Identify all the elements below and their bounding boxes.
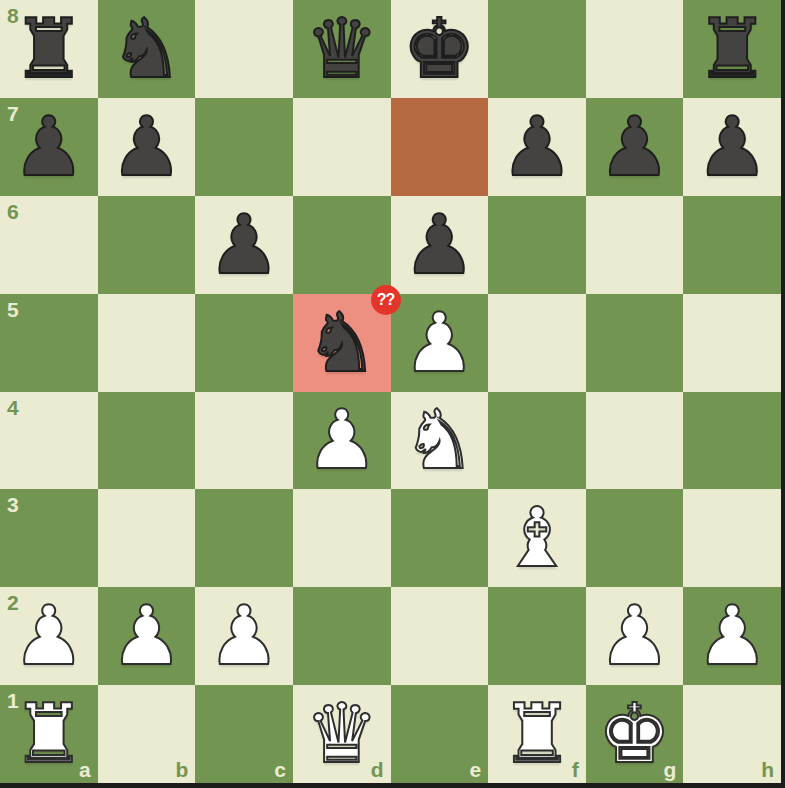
square-a5[interactable]: 5 [0, 294, 98, 392]
square-e5[interactable]: ♟ [391, 294, 489, 392]
square-a3[interactable]: 3 [0, 489, 98, 587]
black-pawn[interactable]: ♟ [586, 98, 684, 196]
square-c8[interactable] [195, 0, 293, 98]
square-e1[interactable]: e [391, 685, 489, 783]
black-pawn[interactable]: ♟ [195, 196, 293, 294]
black-queen[interactable]: ♛ [293, 0, 391, 98]
rank-label-6: 6 [7, 200, 19, 224]
black-pawn[interactable]: ♟ [391, 196, 489, 294]
file-label-f: f [572, 758, 579, 782]
square-b5[interactable] [98, 294, 196, 392]
square-a1[interactable]: 1a♜ [0, 685, 98, 783]
black-pawn[interactable]: ♟ [683, 98, 781, 196]
square-h3[interactable] [683, 489, 781, 587]
square-a2[interactable]: 2♟ [0, 587, 98, 685]
square-f4[interactable] [488, 392, 586, 490]
square-b4[interactable] [98, 392, 196, 490]
white-pawn[interactable]: ♟ [98, 587, 196, 685]
square-f6[interactable] [488, 196, 586, 294]
square-b6[interactable] [98, 196, 196, 294]
black-knight[interactable]: ♞ [98, 0, 196, 98]
square-c7[interactable] [195, 98, 293, 196]
black-rook[interactable]: ♜ [683, 0, 781, 98]
square-e2[interactable] [391, 587, 489, 685]
file-label-e: e [469, 758, 481, 782]
square-d3[interactable] [293, 489, 391, 587]
black-pawn[interactable]: ♟ [98, 98, 196, 196]
blunder-badge: ?? [371, 285, 401, 315]
square-f2[interactable] [488, 587, 586, 685]
square-g7[interactable]: ♟ [586, 98, 684, 196]
square-g2[interactable]: ♟ [586, 587, 684, 685]
square-d7[interactable] [293, 98, 391, 196]
square-h6[interactable] [683, 196, 781, 294]
square-c4[interactable] [195, 392, 293, 490]
rank-label-5: 5 [7, 298, 19, 322]
square-c3[interactable] [195, 489, 293, 587]
white-knight[interactable]: ♞ [391, 392, 489, 490]
square-g5[interactable] [586, 294, 684, 392]
black-king[interactable]: ♚ [391, 0, 489, 98]
file-label-h: h [761, 758, 774, 782]
square-g4[interactable] [586, 392, 684, 490]
square-b3[interactable] [98, 489, 196, 587]
square-d5[interactable]: ♞?? [293, 294, 391, 392]
square-f7[interactable]: ♟ [488, 98, 586, 196]
square-g8[interactable] [586, 0, 684, 98]
square-h1[interactable]: h [683, 685, 781, 783]
square-c2[interactable]: ♟ [195, 587, 293, 685]
square-h7[interactable]: ♟ [683, 98, 781, 196]
file-label-b: b [175, 758, 188, 782]
square-h5[interactable] [683, 294, 781, 392]
black-pawn[interactable]: ♟ [488, 98, 586, 196]
square-c1[interactable]: c [195, 685, 293, 783]
square-f3[interactable]: ♝ [488, 489, 586, 587]
square-d2[interactable] [293, 587, 391, 685]
square-h4[interactable] [683, 392, 781, 490]
rank-label-7: 7 [7, 102, 19, 126]
rank-label-1: 1 [7, 689, 19, 713]
square-e8[interactable]: ♚ [391, 0, 489, 98]
square-c5[interactable] [195, 294, 293, 392]
rank-label-2: 2 [7, 591, 19, 615]
square-f8[interactable] [488, 0, 586, 98]
square-e6[interactable]: ♟ [391, 196, 489, 294]
square-h2[interactable]: ♟ [683, 587, 781, 685]
square-g6[interactable] [586, 196, 684, 294]
white-pawn[interactable]: ♟ [293, 392, 391, 490]
chess-board: 8♜♞♛♚♜7♟♟♟♟♟6♟♟5♞??♟4♟♞3♝2♟♟♟♟♟1a♜bcd♛ef… [0, 0, 781, 783]
square-a7[interactable]: 7♟ [0, 98, 98, 196]
rank-label-8: 8 [7, 4, 19, 28]
white-pawn[interactable]: ♟ [586, 587, 684, 685]
square-f1[interactable]: f♜ [488, 685, 586, 783]
rank-label-4: 4 [7, 396, 19, 420]
square-b2[interactable]: ♟ [98, 587, 196, 685]
square-g3[interactable] [586, 489, 684, 587]
square-g1[interactable]: g♚ [586, 685, 684, 783]
rank-label-3: 3 [7, 493, 19, 517]
white-pawn[interactable]: ♟ [683, 587, 781, 685]
square-c6[interactable]: ♟ [195, 196, 293, 294]
square-e7[interactable] [391, 98, 489, 196]
file-label-a: a [79, 758, 91, 782]
square-d4[interactable]: ♟ [293, 392, 391, 490]
square-d6[interactable] [293, 196, 391, 294]
file-label-g: g [664, 758, 677, 782]
file-label-c: c [274, 758, 286, 782]
square-a8[interactable]: 8♜ [0, 0, 98, 98]
square-h8[interactable]: ♜ [683, 0, 781, 98]
square-d8[interactable]: ♛ [293, 0, 391, 98]
square-e4[interactable]: ♞ [391, 392, 489, 490]
file-label-d: d [371, 758, 384, 782]
square-d1[interactable]: d♛ [293, 685, 391, 783]
square-f5[interactable] [488, 294, 586, 392]
white-pawn[interactable]: ♟ [195, 587, 293, 685]
square-b7[interactable]: ♟ [98, 98, 196, 196]
square-b1[interactable]: b [98, 685, 196, 783]
square-a4[interactable]: 4 [0, 392, 98, 490]
square-b8[interactable]: ♞ [98, 0, 196, 98]
square-a6[interactable]: 6 [0, 196, 98, 294]
white-pawn[interactable]: ♟ [391, 294, 489, 392]
white-bishop[interactable]: ♝ [488, 489, 586, 587]
square-e3[interactable] [391, 489, 489, 587]
